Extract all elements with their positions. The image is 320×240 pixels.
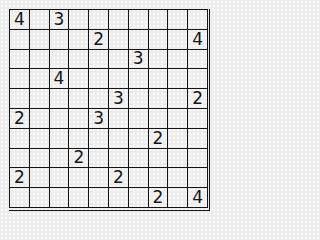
grid-cell[interactable] [168,109,188,129]
grid-cell[interactable] [50,188,70,208]
grid-cell[interactable] [69,129,89,149]
grid-cell-clue[interactable]: 4 [50,69,70,89]
grid-cell-clue[interactable]: 2 [188,89,208,109]
grid-cell[interactable] [129,10,149,30]
grid-cell-clue[interactable]: 2 [10,168,30,188]
grid-cell[interactable] [30,129,50,149]
grid-cell[interactable] [109,109,129,129]
grid-cell[interactable] [69,69,89,89]
grid-cell[interactable] [69,89,89,109]
grid-cell[interactable] [30,50,50,70]
grid-cell[interactable] [149,89,169,109]
grid-cell[interactable] [50,168,70,188]
grid-cell[interactable] [168,30,188,50]
grid-cell[interactable] [10,89,30,109]
grid-cell[interactable] [188,50,208,70]
grid-cell[interactable] [129,188,149,208]
grid-cell[interactable] [109,69,129,89]
grid-cell[interactable] [168,89,188,109]
grid-cell[interactable] [50,89,70,109]
grid-cell[interactable] [30,10,50,30]
grid-cell[interactable] [30,149,50,169]
grid-cell-clue[interactable]: 4 [188,188,208,208]
grid-cell[interactable] [69,50,89,70]
grid-cell[interactable] [129,69,149,89]
grid-cell-clue[interactable]: 2 [89,30,109,50]
grid-cell[interactable] [10,69,30,89]
grid-cell-clue[interactable]: 3 [50,10,70,30]
puzzle-board-frame: 4324343223222224 [9,9,210,211]
grid-cell[interactable] [129,89,149,109]
grid-cell-clue[interactable]: 2 [10,109,30,129]
grid-cell[interactable] [109,30,129,50]
grid-cell[interactable] [168,129,188,149]
grid-cell-clue[interactable]: 2 [109,168,129,188]
grid-cell[interactable] [69,10,89,30]
grid-cell[interactable] [129,30,149,50]
grid-cell[interactable] [10,129,30,149]
grid-cell[interactable] [188,109,208,129]
grid-cell[interactable] [10,30,30,50]
grid-cell-clue[interactable]: 2 [149,188,169,208]
grid-cell[interactable] [30,89,50,109]
grid-cell[interactable] [30,69,50,89]
grid-cell[interactable] [149,168,169,188]
grid-cell[interactable] [89,188,109,208]
grid-cell[interactable] [188,10,208,30]
grid-cell[interactable] [30,109,50,129]
grid-cell[interactable] [30,168,50,188]
grid-cell[interactable] [188,168,208,188]
grid-cell[interactable] [89,149,109,169]
grid-cell[interactable] [10,188,30,208]
grid-cell[interactable] [109,129,129,149]
grid-cell[interactable] [30,188,50,208]
grid-cell[interactable] [149,69,169,89]
grid-cell[interactable] [168,69,188,89]
grid-cell[interactable] [149,149,169,169]
grid-cell-clue[interactable]: 3 [129,50,149,70]
grid-cell-clue[interactable]: 2 [149,129,169,149]
grid-cell[interactable] [129,129,149,149]
grid-cell[interactable] [168,50,188,70]
grid-cell[interactable] [188,149,208,169]
grid-cell[interactable] [149,109,169,129]
grid-cell[interactable] [30,30,50,50]
grid-cell[interactable] [89,129,109,149]
grid-cell[interactable] [69,168,89,188]
grid-cell[interactable] [149,50,169,70]
grid-cell-clue[interactable]: 3 [89,109,109,129]
grid-cell[interactable] [50,30,70,50]
grid-cell[interactable] [50,129,70,149]
grid-cell[interactable] [89,50,109,70]
grid-cell[interactable] [149,10,169,30]
grid-cell[interactable] [69,109,89,129]
grid-cell[interactable] [69,188,89,208]
grid-cell-clue[interactable]: 3 [109,89,129,109]
grid-cell[interactable] [109,149,129,169]
grid-cell[interactable] [149,30,169,50]
grid-cell[interactable] [168,188,188,208]
grid-cell[interactable] [89,69,109,89]
grid-cell[interactable] [69,30,89,50]
grid-cell[interactable] [50,109,70,129]
grid-cell[interactable] [109,50,129,70]
grid-cell[interactable] [50,149,70,169]
grid-cell[interactable] [168,149,188,169]
grid-cell[interactable] [168,10,188,30]
grid-cell-clue[interactable]: 4 [188,30,208,50]
grid-cell[interactable] [109,188,129,208]
grid-cell[interactable] [168,168,188,188]
grid-cell[interactable] [129,109,149,129]
grid-cell[interactable] [89,168,109,188]
grid-cell[interactable] [129,149,149,169]
grid-cell[interactable] [89,89,109,109]
grid-cell[interactable] [89,10,109,30]
grid-cell[interactable] [188,69,208,89]
grid-cell[interactable] [50,50,70,70]
grid-cell[interactable] [109,10,129,30]
grid-cell-clue[interactable]: 4 [10,10,30,30]
grid-cell[interactable] [10,149,30,169]
grid-cell[interactable] [188,129,208,149]
puzzle-grid: 4324343223222224 [9,9,208,208]
grid-cell[interactable] [129,168,149,188]
grid-cell-clue[interactable]: 2 [69,149,89,169]
grid-cell[interactable] [10,50,30,70]
